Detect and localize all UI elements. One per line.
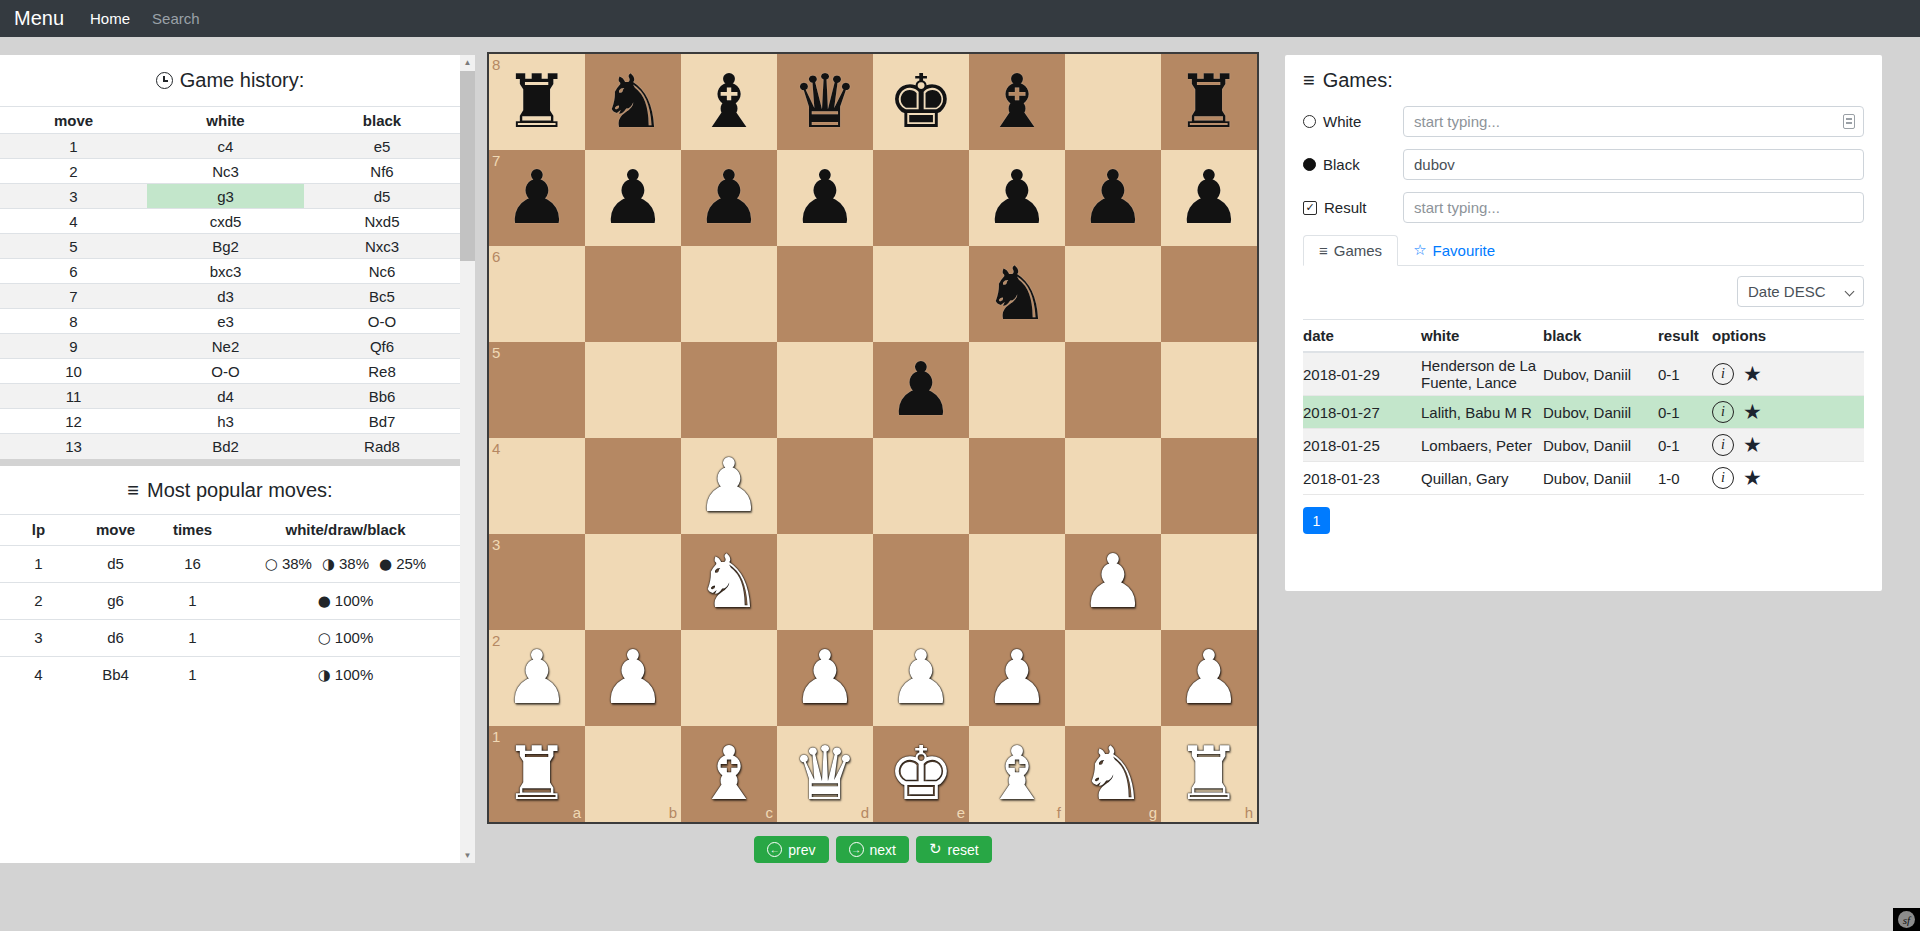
white-circle-icon: ○ <box>265 555 278 573</box>
white-move[interactable]: h3 <box>147 409 304 434</box>
square-a4[interactable]: 4 <box>489 438 585 534</box>
list-icon: ≡ <box>1319 242 1328 259</box>
popular-move-row: 3d61○100% <box>0 619 460 656</box>
result-stats: ●100% <box>231 582 460 619</box>
game-history-row: 10O-ORe8 <box>0 359 460 384</box>
square-b2[interactable]: ♟ <box>585 630 681 726</box>
game-white: Lombaers, Peter <box>1421 433 1543 458</box>
rank-label: 3 <box>492 536 500 553</box>
square-h1[interactable]: h♜ <box>1161 726 1257 822</box>
prev-button[interactable]: ← prev <box>754 836 828 863</box>
popular-move-row: 4Bb41◑100% <box>0 656 460 693</box>
result-stats: ○100% <box>231 619 460 656</box>
square-a6[interactable]: 6 <box>489 246 585 342</box>
times: 16 <box>154 545 231 582</box>
times: 1 <box>154 619 231 656</box>
square-e6[interactable] <box>873 246 969 342</box>
square-g7[interactable]: ♟ <box>1065 150 1161 246</box>
scrollbar-thumb[interactable] <box>460 71 475 261</box>
move-number: 12 <box>0 409 147 434</box>
black-pawn-piece[interactable]: ♟ <box>489 150 585 246</box>
draw-result-stat: ◑38% <box>322 555 369 573</box>
white-filter-row: White <box>1303 106 1864 137</box>
white-pawn-piece[interactable]: ♟ <box>585 630 681 726</box>
square-b7[interactable]: ♟ <box>585 150 681 246</box>
autofill-icon[interactable] <box>1843 114 1855 129</box>
white-king-piece[interactable]: ♚ <box>873 726 969 822</box>
black-move[interactable]: O-O <box>304 309 460 334</box>
gh-header-black: black <box>304 107 460 134</box>
draw-result-stat: ◑100% <box>318 666 373 684</box>
square-c3[interactable]: ♞ <box>681 534 777 630</box>
popular-move[interactable]: d6 <box>77 619 154 656</box>
game-date: 2018-01-25 <box>1303 433 1421 458</box>
game-history-table: move white black 1c4e52Nc3Nf63g3d54cxd5N… <box>0 106 460 459</box>
square-f3[interactable] <box>969 534 1065 630</box>
lp: 2 <box>0 582 77 619</box>
game-history-row: 5Bg2Nxc3 <box>0 234 460 259</box>
square-g5[interactable] <box>1065 342 1161 438</box>
square-f5[interactable] <box>969 342 1065 438</box>
game-history-row: 12h3Bd7 <box>0 409 460 434</box>
games-table: date white black result options 2018-01-… <box>1303 319 1864 495</box>
square-f2[interactable]: ♟ <box>969 630 1065 726</box>
rank-label: 4 <box>492 440 500 457</box>
square-h7[interactable]: ♟ <box>1161 150 1257 246</box>
square-f1[interactable]: f♝ <box>969 726 1065 822</box>
white-filter-label: White <box>1303 113 1403 130</box>
move-number: 13 <box>0 434 147 459</box>
game-result: 0-1 <box>1658 362 1708 387</box>
white-move[interactable]: e3 <box>147 309 304 334</box>
white-filter-input[interactable] <box>1403 106 1864 137</box>
white-rook-piece[interactable]: ♜ <box>489 726 585 822</box>
game-white: Henderson de La Fuente, Lance <box>1421 353 1543 395</box>
black-move[interactable]: Nxc3 <box>304 234 460 259</box>
square-c1[interactable]: c♝ <box>681 726 777 822</box>
square-d7[interactable]: ♟ <box>777 150 873 246</box>
games-panel: ≡Games: White Black ✓ Result ≡ <box>1285 55 1882 591</box>
black-result-stat: ●100% <box>318 592 373 610</box>
white-bishop-piece[interactable]: ♝ <box>681 726 777 822</box>
list-icon: ≡ <box>1303 69 1315 91</box>
black-circle-icon: ● <box>379 555 392 573</box>
popular-moves-title: ≡Most popular moves: <box>0 466 460 514</box>
black-bishop-piece[interactable]: ♝ <box>681 54 777 150</box>
draw-circle-icon: ◑ <box>318 666 331 684</box>
square-g8[interactable] <box>1065 54 1161 150</box>
popular-move-row: 1d516○38%◑38%●25% <box>0 545 460 582</box>
black-knight-piece[interactable]: ♞ <box>969 246 1065 342</box>
square-h4[interactable] <box>1161 438 1257 534</box>
board-controls: ← prev → next ↻ reset <box>487 836 1259 863</box>
move-number: 5 <box>0 234 147 259</box>
game-history-row: 2Nc3Nf6 <box>0 159 460 184</box>
square-f7[interactable]: ♟ <box>969 150 1065 246</box>
black-move[interactable]: d5 <box>304 184 460 209</box>
lp: 4 <box>0 656 77 693</box>
games-tabs: ≡ Games ☆ Favourite <box>1303 235 1864 266</box>
game-history-row: 4cxd5Nxd5 <box>0 209 460 234</box>
reset-icon: ↻ <box>929 842 942 857</box>
square-d2[interactable]: ♟ <box>777 630 873 726</box>
black-circle-icon: ● <box>318 592 331 610</box>
black-pawn-piece[interactable]: ♟ <box>681 150 777 246</box>
black-queen-piece[interactable]: ♛ <box>777 54 873 150</box>
white-bishop-piece[interactable]: ♝ <box>969 726 1065 822</box>
square-f8[interactable]: ♝ <box>969 54 1065 150</box>
square-d3[interactable] <box>777 534 873 630</box>
result-stats: ◑100% <box>231 656 460 693</box>
pm-header-move: move <box>77 514 154 545</box>
game-options: i★ <box>1708 396 1864 428</box>
black-pawn-piece[interactable]: ♟ <box>1065 150 1161 246</box>
favourite-star-icon[interactable]: ★ <box>1743 400 1762 424</box>
square-g4[interactable] <box>1065 438 1161 534</box>
square-b4[interactable] <box>585 438 681 534</box>
game-history-row: 1c4e5 <box>0 134 460 159</box>
clock-icon <box>156 72 173 89</box>
nav-item-search[interactable]: Search <box>152 10 200 27</box>
square-b6[interactable] <box>585 246 681 342</box>
chevron-down-icon <box>1845 287 1855 297</box>
game-white: Lalith, Babu M R <box>1421 400 1543 425</box>
white-queen-piece[interactable]: ♛ <box>777 726 873 822</box>
popular-moves-table: lp move times white/draw/black 1d516○38%… <box>0 514 460 694</box>
white-result-stat: ○38% <box>265 555 312 573</box>
move-number: 6 <box>0 259 147 284</box>
square-g3[interactable]: ♟ <box>1065 534 1161 630</box>
game-date: 2018-01-29 <box>1303 362 1421 387</box>
black-move[interactable]: Qf6 <box>304 334 460 359</box>
move-number: 9 <box>0 334 147 359</box>
game-options: i★ <box>1708 358 1864 390</box>
square-a2[interactable]: 2♟ <box>489 630 585 726</box>
game-black: Dubov, Daniil <box>1543 400 1658 425</box>
game-result: 1-0 <box>1658 466 1708 491</box>
game-white: Quillan, Gary <box>1421 466 1543 491</box>
move-number: 8 <box>0 309 147 334</box>
popular-moves-section: ≡Most popular moves: lp move times white… <box>0 466 460 694</box>
game-result: 0-1 <box>1658 433 1708 458</box>
black-rook-piece[interactable]: ♜ <box>489 54 585 150</box>
star-outline-icon: ☆ <box>1413 241 1426 259</box>
white-pawn-piece[interactable]: ♟ <box>489 630 585 726</box>
game-row[interactable]: 2018-01-25Lombaers, PeterDubov, Daniil0-… <box>1303 429 1864 462</box>
square-h6[interactable] <box>1161 246 1257 342</box>
brand[interactable]: Menu <box>14 7 64 30</box>
pm-header-wdb: white/draw/black <box>231 514 460 545</box>
white-pawn-piece[interactable]: ♟ <box>1065 534 1161 630</box>
square-e7[interactable] <box>873 150 969 246</box>
game-row[interactable]: 2018-01-27Lalith, Babu M RDubov, Daniil0… <box>1303 396 1864 429</box>
square-e3[interactable] <box>873 534 969 630</box>
times: 1 <box>154 582 231 619</box>
white-move[interactable]: Bg2 <box>147 234 304 259</box>
square-f6[interactable]: ♞ <box>969 246 1065 342</box>
left-panel: Game history: move white black 1c4e52Nc3… <box>0 55 475 863</box>
rank-label: 5 <box>492 344 500 361</box>
result-filter-row: ✓ Result <box>1303 192 1864 223</box>
game-history-row: 3g3d5 <box>0 184 460 209</box>
square-e4[interactable] <box>873 438 969 534</box>
move-number: 10 <box>0 359 147 384</box>
move-number: 3 <box>0 184 147 209</box>
white-knight-piece[interactable]: ♞ <box>681 534 777 630</box>
move-number: 4 <box>0 209 147 234</box>
square-e2[interactable]: ♟ <box>873 630 969 726</box>
white-rook-piece[interactable]: ♜ <box>1161 726 1257 822</box>
pm-header-lp: lp <box>0 514 77 545</box>
black-move[interactable]: Bd7 <box>304 409 460 434</box>
game-history-title: Game history: <box>0 55 460 106</box>
white-pawn-piece[interactable]: ♟ <box>681 438 777 534</box>
tab-favourite[interactable]: ☆ Favourite <box>1398 235 1510 265</box>
square-c4[interactable]: ♟ <box>681 438 777 534</box>
games-table-header: date white black result options <box>1303 319 1864 353</box>
black-pawn-piece[interactable]: ♟ <box>585 150 681 246</box>
chess-board: 8♜♞♝♛♚♝♜7♟♟♟♟♟♟♟6♞5♟4♟3♞♟2♟♟♟♟♟♟1a♜bc♝d♛… <box>487 52 1259 824</box>
white-pawn-piece[interactable]: ♟ <box>1161 630 1257 726</box>
square-g1[interactable]: g♞ <box>1065 726 1161 822</box>
black-bishop-piece[interactable]: ♝ <box>969 54 1065 150</box>
navbar: Menu Home Search <box>0 0 1920 37</box>
move-number: 2 <box>0 159 147 184</box>
white-pawn-piece[interactable]: ♟ <box>873 630 969 726</box>
favourite-star-icon[interactable]: ★ <box>1743 362 1762 386</box>
black-filter-input[interactable] <box>1403 149 1864 180</box>
black-pawn-piece[interactable]: ♟ <box>777 150 873 246</box>
info-icon[interactable]: i <box>1712 401 1734 423</box>
square-c7[interactable]: ♟ <box>681 150 777 246</box>
game-history-row: 6bxc3Nc6 <box>0 259 460 284</box>
white-move[interactable]: cxd5 <box>147 209 304 234</box>
square-f4[interactable] <box>969 438 1065 534</box>
move-number: 7 <box>0 284 147 309</box>
result-filter-label: ✓ Result <box>1303 199 1403 216</box>
black-pawn-piece[interactable]: ♟ <box>873 342 969 438</box>
game-result: 0-1 <box>1658 400 1708 425</box>
square-d5[interactable] <box>777 342 873 438</box>
square-d4[interactable] <box>777 438 873 534</box>
lp: 3 <box>0 619 77 656</box>
popular-move-row: 2g61●100% <box>0 582 460 619</box>
square-c6[interactable] <box>681 246 777 342</box>
reset-button[interactable]: ↻ reset <box>916 836 992 863</box>
game-black: Dubov, Daniil <box>1543 362 1658 387</box>
info-icon[interactable]: i <box>1712 434 1734 456</box>
square-c2[interactable] <box>681 630 777 726</box>
square-e5[interactable]: ♟ <box>873 342 969 438</box>
square-a1[interactable]: 1a♜ <box>489 726 585 822</box>
white-move[interactable]: Nc3 <box>147 159 304 184</box>
square-d8[interactable]: ♛ <box>777 54 873 150</box>
square-b1[interactable]: b <box>585 726 681 822</box>
black-move[interactable]: Bc5 <box>304 284 460 309</box>
scroll-down-icon[interactable]: ▼ <box>460 848 475 863</box>
square-a8[interactable]: 8♜ <box>489 54 585 150</box>
symfony-logo-icon: sf <box>1898 911 1915 928</box>
move-number: 1 <box>0 134 147 159</box>
times: 1 <box>154 656 231 693</box>
black-move[interactable]: Re8 <box>304 359 460 384</box>
white-result-stat: ○100% <box>318 629 373 647</box>
game-options: i★ <box>1708 429 1864 461</box>
game-date: 2018-01-23 <box>1303 466 1421 491</box>
game-history-row: 9Ne2Qf6 <box>0 334 460 359</box>
black-filter-label: Black <box>1303 156 1403 173</box>
white-move[interactable]: g3 <box>147 184 304 209</box>
prev-arrow-icon: ← <box>767 842 782 857</box>
game-row[interactable]: 2018-01-23Quillan, GaryDubov, Daniil1-0i… <box>1303 462 1864 495</box>
pm-header-times: times <box>154 514 231 545</box>
square-h8[interactable]: ♜ <box>1161 54 1257 150</box>
black-pawn-piece[interactable]: ♟ <box>1161 150 1257 246</box>
result-stats: ○38%◑38%●25% <box>231 545 460 582</box>
black-king-piece[interactable]: ♚ <box>873 54 969 150</box>
game-history-row: 8e3O-O <box>0 309 460 334</box>
draw-circle-icon: ◑ <box>322 555 335 573</box>
favourite-star-icon[interactable]: ★ <box>1743 466 1762 490</box>
popular-move[interactable]: Bb4 <box>77 656 154 693</box>
sort-select[interactable]: Date DESC <box>1737 276 1864 307</box>
scroll-up-icon[interactable]: ▲ <box>460 55 475 70</box>
white-move[interactable]: O-O <box>147 359 304 384</box>
black-move[interactable]: e5 <box>304 134 460 159</box>
square-c8[interactable]: ♝ <box>681 54 777 150</box>
white-move[interactable]: c4 <box>147 134 304 159</box>
square-h3[interactable] <box>1161 534 1257 630</box>
gh-header-move: move <box>0 107 147 134</box>
games-panel-title: ≡Games: <box>1303 69 1864 92</box>
white-move[interactable]: d3 <box>147 284 304 309</box>
white-circle-icon <box>1303 115 1316 128</box>
white-pawn-piece[interactable]: ♟ <box>777 630 873 726</box>
lp: 1 <box>0 545 77 582</box>
gh-header-white: white <box>147 107 304 134</box>
game-black: Dubov, Daniil <box>1543 466 1658 491</box>
game-black: Dubov, Daniil <box>1543 433 1658 458</box>
black-rook-piece[interactable]: ♜ <box>1161 54 1257 150</box>
white-move[interactable]: bxc3 <box>147 259 304 284</box>
favourite-star-icon[interactable]: ★ <box>1743 433 1762 457</box>
square-g6[interactable] <box>1065 246 1161 342</box>
black-result-stat: ●25% <box>379 555 426 573</box>
square-a5[interactable]: 5 <box>489 342 585 438</box>
square-c5[interactable] <box>681 342 777 438</box>
square-a3[interactable]: 3 <box>489 534 585 630</box>
next-button[interactable]: → next <box>836 836 909 863</box>
square-d6[interactable] <box>777 246 873 342</box>
game-options: i★ <box>1708 462 1864 494</box>
square-b3[interactable] <box>585 534 681 630</box>
popular-move[interactable]: g6 <box>77 582 154 619</box>
black-move[interactable]: Nxd5 <box>304 209 460 234</box>
black-pawn-piece[interactable]: ♟ <box>969 150 1065 246</box>
next-arrow-icon: → <box>849 842 864 857</box>
result-checkbox-icon[interactable]: ✓ <box>1303 201 1317 215</box>
white-move[interactable]: Bd2 <box>147 434 304 459</box>
square-g2[interactable] <box>1065 630 1161 726</box>
section-divider <box>0 459 460 466</box>
white-pawn-piece[interactable]: ♟ <box>969 630 1065 726</box>
black-knight-piece[interactable]: ♞ <box>585 54 681 150</box>
black-move[interactable]: Nc6 <box>304 259 460 284</box>
left-panel-scrollbar[interactable]: ▲ ▼ <box>460 55 475 863</box>
white-knight-piece[interactable]: ♞ <box>1065 726 1161 822</box>
square-h2[interactable]: ♟ <box>1161 630 1257 726</box>
game-history-row: 7d3Bc5 <box>0 284 460 309</box>
rank-label: 6 <box>492 248 500 265</box>
game-date: 2018-01-27 <box>1303 400 1421 425</box>
info-icon[interactable]: i <box>1712 363 1734 385</box>
black-move[interactable]: Rad8 <box>304 434 460 459</box>
list-icon: ≡ <box>127 479 139 501</box>
game-history-section: Game history: move white black 1c4e52Nc3… <box>0 55 460 459</box>
file-label: b <box>669 804 677 821</box>
move-number: 11 <box>0 384 147 409</box>
info-icon[interactable]: i <box>1712 467 1734 489</box>
game-row[interactable]: 2018-01-29Henderson de La Fuente, LanceD… <box>1303 353 1864 396</box>
page-1-button[interactable]: 1 <box>1303 507 1330 534</box>
game-history-row: 11d4Bb6 <box>0 384 460 409</box>
black-move[interactable]: Bb6 <box>304 384 460 409</box>
symfony-toolbar-badge[interactable]: sf <box>1893 908 1920 931</box>
popular-move[interactable]: d5 <box>77 545 154 582</box>
nav-item-home[interactable]: Home <box>90 10 130 27</box>
white-circle-icon: ○ <box>318 629 331 647</box>
square-d1[interactable]: d♛ <box>777 726 873 822</box>
white-move[interactable]: Ne2 <box>147 334 304 359</box>
square-b5[interactable] <box>585 342 681 438</box>
black-move[interactable]: Nf6 <box>304 159 460 184</box>
square-e1[interactable]: e♚ <box>873 726 969 822</box>
square-h5[interactable] <box>1161 342 1257 438</box>
square-b8[interactable]: ♞ <box>585 54 681 150</box>
black-circle-icon <box>1303 158 1316 171</box>
tab-games[interactable]: ≡ Games <box>1303 235 1398 266</box>
black-filter-row: Black <box>1303 149 1864 180</box>
square-e8[interactable]: ♚ <box>873 54 969 150</box>
result-filter-input[interactable] <box>1403 192 1864 223</box>
pagination: 1 <box>1303 507 1864 534</box>
square-a7[interactable]: 7♟ <box>489 150 585 246</box>
white-move[interactable]: d4 <box>147 384 304 409</box>
game-history-row: 13Bd2Rad8 <box>0 434 460 459</box>
